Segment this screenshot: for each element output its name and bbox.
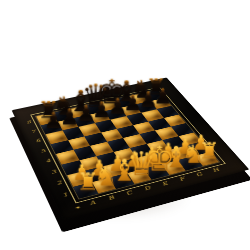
photo-stage: ♜♞♝♛♚♝♞♜♟♟♟♟♟♟♟♟♟♟♟♟♟♟♟♟♜♞♝♛♚♝♞♜ 1234567… bbox=[0, 0, 250, 250]
